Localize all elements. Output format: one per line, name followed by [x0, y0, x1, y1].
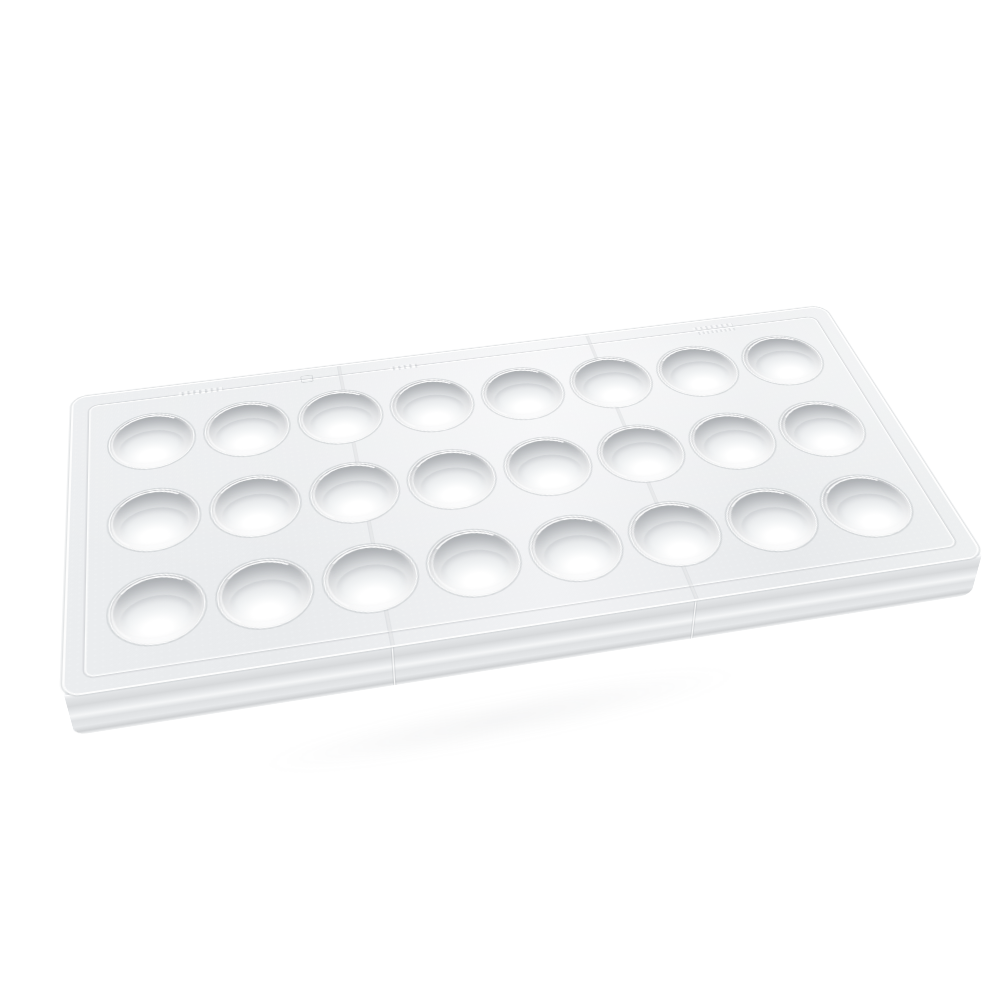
- cavity-r2-c7: [681, 410, 785, 473]
- cavity-rim-glint: [212, 552, 319, 635]
- cavity-rim-glint: [474, 363, 572, 424]
- front-wall-seam-2: [690, 599, 698, 639]
- cavity-r3-c5: [523, 512, 630, 586]
- cavity-rim-glint: [496, 432, 600, 501]
- cavity-rim-glint: [385, 374, 482, 436]
- cavity-r1-c2: [204, 398, 291, 460]
- cavity-r3-c4: [423, 526, 528, 602]
- cavity-r2-c3: [308, 459, 403, 527]
- cavity-r2-c4: [404, 446, 502, 513]
- cavity-rim-glint: [106, 409, 198, 475]
- cavity-rim-glint: [105, 567, 210, 652]
- cavity-r3-c2: [216, 554, 315, 633]
- cavity-rim-glint: [206, 470, 306, 543]
- cavity-r1-c5: [477, 365, 570, 423]
- cavity-r1-c4: [388, 376, 479, 435]
- cavity-rim-glint: [305, 457, 407, 529]
- cavity-r3-c7: [717, 485, 829, 556]
- cavity-rim-glint: [562, 353, 661, 413]
- cavity-rim-glint: [589, 420, 695, 487]
- cavity-r1-c1: [110, 410, 195, 473]
- cavity-rim-glint: [401, 445, 504, 515]
- cavity-rim-glint: [619, 496, 733, 572]
- cavity-r1-c6: [564, 354, 659, 411]
- cavity-rim-glint: [420, 524, 530, 604]
- cavity-rim-glint: [648, 342, 748, 401]
- cavity-r1-c7: [650, 343, 747, 399]
- cavity-rim-glint: [520, 510, 632, 588]
- cavity-rim-glint: [294, 386, 389, 450]
- cavity-r1-c3: [297, 387, 386, 448]
- cavity-r3-c1: [109, 569, 206, 650]
- cavity-rim-glint: [105, 483, 203, 558]
- cavity-r2-c5: [498, 434, 598, 500]
- cavity-rim-glint: [317, 538, 426, 619]
- front-wall-seam-1: [390, 645, 396, 685]
- cavity-r2-c2: [210, 472, 303, 542]
- cavity-rim-glint: [715, 483, 830, 558]
- cavity-r2-c1: [109, 485, 199, 556]
- cavity-r3-c6: [621, 498, 731, 571]
- cavity-r3-c3: [321, 540, 423, 618]
- photo-canvas: [0, 0, 1000, 1000]
- cavity-rim-glint: [201, 397, 295, 462]
- cavity-rim-glint: [680, 408, 787, 474]
- cavity-r2-c6: [591, 422, 693, 486]
